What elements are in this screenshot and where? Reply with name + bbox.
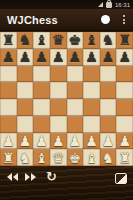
white-queen: ♛ xyxy=(52,150,65,164)
square-b3[interactable] xyxy=(17,116,34,133)
white-pawn: ♟ xyxy=(102,133,115,147)
black-queen: ♛ xyxy=(52,33,65,47)
black-pawn: ♟ xyxy=(118,50,131,64)
chess-board: ♜♞♝♛♚♝♞♜♟♟♟♟♟♟♟♟♟♟♟♟♟♟♟♟♜♞♝♛♚♝♞♜ xyxy=(0,32,133,166)
square-a6[interactable] xyxy=(0,66,17,83)
square-g4[interactable] xyxy=(100,99,117,116)
square-g7[interactable]: ♟ xyxy=(100,49,117,66)
square-e7[interactable]: ♟ xyxy=(67,49,84,66)
square-e3[interactable] xyxy=(67,116,84,133)
square-h8[interactable]: ♜ xyxy=(116,32,133,49)
square-f7[interactable]: ♟ xyxy=(83,49,100,66)
square-a4[interactable] xyxy=(0,99,17,116)
white-pawn: ♟ xyxy=(85,133,98,147)
square-h4[interactable] xyxy=(116,99,133,116)
white-pawn: ♟ xyxy=(19,133,32,147)
square-d5[interactable] xyxy=(50,82,67,99)
flip-board-icon xyxy=(115,173,127,184)
white-pawn: ♟ xyxy=(69,133,82,147)
square-d1[interactable]: ♛ xyxy=(50,149,67,166)
square-b1[interactable]: ♞ xyxy=(17,149,34,166)
square-a2[interactable]: ♟ xyxy=(0,133,17,150)
square-a8[interactable]: ♜ xyxy=(0,32,17,49)
square-h7[interactable]: ♟ xyxy=(116,49,133,66)
black-knight: ♞ xyxy=(102,33,115,47)
square-c5[interactable] xyxy=(33,82,50,99)
black-bishop: ♝ xyxy=(85,33,98,47)
square-h3[interactable] xyxy=(116,116,133,133)
flip-board-button[interactable] xyxy=(115,172,127,184)
black-pawn: ♟ xyxy=(2,50,15,64)
white-knight: ♞ xyxy=(19,150,32,164)
square-e2[interactable]: ♟ xyxy=(67,133,84,150)
square-b6[interactable] xyxy=(17,66,34,83)
square-e8[interactable]: ♚ xyxy=(67,32,84,49)
square-c1[interactable]: ♝ xyxy=(33,149,50,166)
square-g2[interactable]: ♟ xyxy=(100,133,117,150)
square-f4[interactable] xyxy=(83,99,100,116)
white-pawn: ♟ xyxy=(118,133,131,147)
square-f1[interactable]: ♝ xyxy=(83,149,100,166)
rewind-icon xyxy=(7,173,12,181)
square-d7[interactable]: ♟ xyxy=(50,49,67,66)
refresh-icon: ↻ xyxy=(46,170,57,183)
signal-icon xyxy=(98,2,103,7)
black-pawn: ♟ xyxy=(85,50,98,64)
square-e4[interactable] xyxy=(67,99,84,116)
white-bishop: ♝ xyxy=(85,150,98,164)
square-d8[interactable]: ♛ xyxy=(50,32,67,49)
square-c6[interactable] xyxy=(33,66,50,83)
square-g6[interactable] xyxy=(100,66,117,83)
square-a3[interactable] xyxy=(0,116,17,133)
square-c7[interactable]: ♟ xyxy=(33,49,50,66)
square-d6[interactable] xyxy=(50,66,67,83)
white-knight: ♞ xyxy=(102,150,115,164)
status-clock: 16:31 xyxy=(115,2,130,8)
black-king: ♚ xyxy=(69,33,82,47)
square-c4[interactable] xyxy=(33,99,50,116)
lock-icon xyxy=(106,2,112,8)
square-h5[interactable] xyxy=(116,82,133,99)
square-b2[interactable]: ♟ xyxy=(17,133,34,150)
black-pawn: ♟ xyxy=(52,50,65,64)
black-pawn: ♟ xyxy=(69,50,82,64)
overflow-menu-icon[interactable] xyxy=(121,13,127,26)
square-a5[interactable] xyxy=(0,82,17,99)
square-b4[interactable] xyxy=(17,99,34,116)
black-knight: ♞ xyxy=(19,33,32,47)
undo-move-button[interactable] xyxy=(7,171,18,183)
square-f2[interactable]: ♟ xyxy=(83,133,100,150)
square-e5[interactable] xyxy=(67,82,84,99)
square-f6[interactable] xyxy=(83,66,100,83)
bottom-toolbar: ↻ xyxy=(0,166,133,200)
square-b8[interactable]: ♞ xyxy=(17,32,34,49)
android-status-bar: 16:31 xyxy=(0,0,133,9)
square-g8[interactable]: ♞ xyxy=(100,32,117,49)
white-pawn: ♟ xyxy=(35,133,48,147)
square-h6[interactable] xyxy=(116,66,133,83)
square-d3[interactable] xyxy=(50,116,67,133)
white-pawn: ♟ xyxy=(2,133,15,147)
white-rook: ♜ xyxy=(118,150,131,164)
square-f8[interactable]: ♝ xyxy=(83,32,100,49)
wjchess-app: 16:31 WJChess ♜♞♝♛♚♝♞♜♟♟♟♟♟♟♟♟♟♟♟♟♟♟♟♟♜♞… xyxy=(0,0,133,200)
white-king: ♚ xyxy=(69,150,82,164)
fast-forward-icon xyxy=(25,173,30,181)
app-bar: WJChess xyxy=(0,9,133,31)
square-e6[interactable] xyxy=(67,66,84,83)
black-pawn: ♟ xyxy=(102,50,115,64)
square-h1[interactable]: ♜ xyxy=(116,149,133,166)
white-rook: ♜ xyxy=(2,150,15,164)
black-pawn: ♟ xyxy=(35,50,48,64)
app-title: WJChess xyxy=(7,14,101,26)
black-rook: ♜ xyxy=(118,33,131,47)
square-f3[interactable] xyxy=(83,116,100,133)
black-rook: ♜ xyxy=(2,33,15,47)
black-pawn: ♟ xyxy=(19,50,32,64)
square-b7[interactable]: ♟ xyxy=(17,49,34,66)
square-f5[interactable] xyxy=(83,82,100,99)
square-h2[interactable]: ♟ xyxy=(116,133,133,150)
square-e1[interactable]: ♚ xyxy=(67,149,84,166)
white-turn-indicator[interactable] xyxy=(101,15,110,24)
square-c2[interactable]: ♟ xyxy=(33,133,50,150)
black-bishop: ♝ xyxy=(35,33,48,47)
redo-move-button[interactable] xyxy=(25,171,36,183)
square-a1[interactable]: ♜ xyxy=(0,149,17,166)
square-b5[interactable] xyxy=(17,82,34,99)
square-c8[interactable]: ♝ xyxy=(33,32,50,49)
restart-game-button[interactable]: ↻ xyxy=(46,170,57,182)
square-d2[interactable]: ♟ xyxy=(50,133,67,150)
square-g5[interactable] xyxy=(100,82,117,99)
square-g1[interactable]: ♞ xyxy=(100,149,117,166)
white-bishop: ♝ xyxy=(35,150,48,164)
square-g3[interactable] xyxy=(100,116,117,133)
square-a7[interactable]: ♟ xyxy=(0,49,17,66)
white-pawn: ♟ xyxy=(52,133,65,147)
square-d4[interactable] xyxy=(50,99,67,116)
square-c3[interactable] xyxy=(33,116,50,133)
